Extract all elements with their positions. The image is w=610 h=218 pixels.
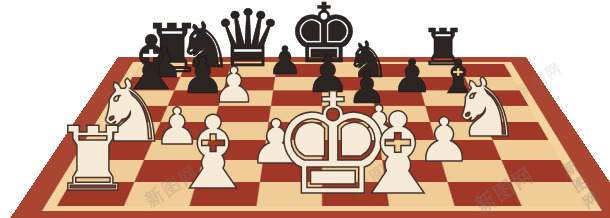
square-h5 (477, 105, 538, 121)
square-b8 (180, 64, 231, 77)
square-e3 (322, 140, 382, 160)
square-g2 (441, 160, 510, 182)
square-a3 (84, 140, 152, 160)
square-b2 (134, 160, 203, 182)
square-d1 (256, 182, 322, 207)
square-e1 (322, 182, 388, 207)
square-f5 (374, 105, 430, 121)
square-b7 (174, 77, 227, 91)
square-a7 (124, 77, 179, 91)
square-h2 (501, 160, 573, 182)
square-b6 (167, 90, 223, 105)
square-h3 (492, 140, 560, 160)
square-h6 (470, 90, 528, 105)
square-f7 (369, 77, 420, 91)
square-c7 (223, 77, 274, 91)
square-a4 (96, 122, 161, 140)
square-c2 (197, 160, 263, 182)
square-a8 (132, 64, 185, 77)
square-a6 (116, 90, 174, 105)
square-e7 (322, 77, 371, 91)
square-g1 (447, 182, 520, 207)
square-c8 (227, 64, 276, 77)
square-f1 (385, 182, 455, 207)
square-c3 (203, 140, 265, 160)
square-h4 (484, 122, 549, 140)
square-d7 (273, 77, 322, 91)
square-f8 (368, 64, 417, 77)
square-d5 (268, 105, 322, 121)
square-g6 (421, 90, 477, 105)
square-g7 (417, 77, 470, 91)
square-b3 (143, 140, 208, 160)
square-e8 (322, 64, 369, 77)
square-f6 (371, 90, 425, 105)
chess-illustration: 新图网新图网新图网新图网新图网 ♜♞♛♚♜♟♟♞♝♟♟♟♝♟♟♞♟♟♞♟♟♜♝♚… (0, 0, 610, 218)
square-a5 (106, 105, 167, 121)
square-d3 (262, 140, 322, 160)
square-e5 (322, 105, 376, 121)
square-g4 (430, 122, 492, 140)
square-h1 (510, 182, 587, 207)
square-d8 (275, 64, 322, 77)
square-h7 (464, 77, 519, 91)
square-g8 (413, 64, 464, 77)
square-g5 (425, 105, 484, 121)
square-d2 (259, 160, 322, 182)
square-b4 (152, 122, 214, 140)
square-b1 (123, 182, 196, 207)
square-c4 (209, 122, 268, 140)
board-trim (42, 62, 602, 211)
square-c5 (214, 105, 270, 121)
square-a1 (57, 182, 134, 207)
square-g3 (435, 140, 500, 160)
square-e2 (322, 160, 385, 182)
square-f3 (379, 140, 441, 160)
square-e4 (322, 122, 379, 140)
board-grid (57, 64, 587, 206)
square-d4 (265, 122, 322, 140)
square-h8 (459, 64, 512, 77)
square-c6 (219, 90, 273, 105)
square-f4 (376, 122, 435, 140)
chess-board (8, 57, 610, 218)
square-c1 (189, 182, 259, 207)
square-d6 (270, 90, 322, 105)
square-f2 (382, 160, 448, 182)
square-e6 (322, 90, 374, 105)
square-b5 (160, 105, 219, 121)
square-a2 (71, 160, 143, 182)
